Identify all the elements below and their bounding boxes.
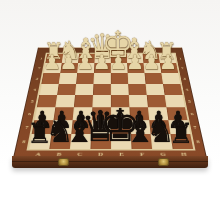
square-h7 xyxy=(168,120,190,134)
square-b5 xyxy=(55,95,75,107)
square-c6 xyxy=(73,107,93,120)
square-b3 xyxy=(59,73,77,84)
square-f2 xyxy=(127,63,144,73)
square-h4 xyxy=(163,84,183,95)
square-h5 xyxy=(165,95,185,107)
square-b4 xyxy=(57,84,76,95)
square-g8 xyxy=(151,134,173,149)
square-f7 xyxy=(130,120,151,134)
brass-latch-left xyxy=(58,158,69,166)
square-a5 xyxy=(37,95,57,107)
square-c8 xyxy=(70,134,91,149)
square-f4 xyxy=(128,84,147,95)
square-d4 xyxy=(93,84,111,95)
square-f6 xyxy=(129,107,149,120)
square-a1 xyxy=(45,54,63,63)
board-front-edge xyxy=(12,156,208,168)
square-b6 xyxy=(53,107,73,120)
square-a2 xyxy=(43,63,61,73)
square-g4 xyxy=(146,84,165,95)
product-photo-background: ABCDEFGH ABCDEFGH 12345678 12345678 ♜♞♝♛… xyxy=(0,0,220,220)
square-f8 xyxy=(131,134,152,149)
square-h1 xyxy=(158,54,176,63)
square-e2 xyxy=(111,63,128,73)
square-c3 xyxy=(76,73,94,84)
square-d8 xyxy=(90,134,111,149)
square-b2 xyxy=(60,63,78,73)
square-g2 xyxy=(143,63,161,73)
square-e4 xyxy=(111,84,129,95)
square-e7 xyxy=(111,120,131,134)
square-f1 xyxy=(127,54,144,63)
square-a3 xyxy=(41,73,60,84)
square-g6 xyxy=(148,107,168,120)
square-c4 xyxy=(75,84,93,95)
square-h6 xyxy=(166,107,187,120)
square-e6 xyxy=(111,107,130,120)
square-d2 xyxy=(94,63,111,73)
rank-label-1: 1 xyxy=(174,54,186,63)
board-squares xyxy=(29,54,193,149)
square-b7 xyxy=(51,120,72,134)
square-g5 xyxy=(147,95,167,107)
square-e1 xyxy=(111,54,127,63)
square-a8 xyxy=(29,134,52,149)
square-e8 xyxy=(111,134,132,149)
square-c7 xyxy=(71,120,91,134)
square-g1 xyxy=(143,54,160,63)
square-c5 xyxy=(74,95,93,107)
square-e5 xyxy=(111,95,130,107)
square-d1 xyxy=(94,54,110,63)
square-f5 xyxy=(129,95,148,107)
square-d5 xyxy=(92,95,111,107)
square-b1 xyxy=(62,54,79,63)
square-b8 xyxy=(49,134,71,149)
square-a6 xyxy=(34,107,55,120)
square-h3 xyxy=(161,73,180,84)
board-frame: ABCDEFGH ABCDEFGH 12345678 12345678 xyxy=(13,48,207,158)
square-g7 xyxy=(149,120,170,134)
square-c2 xyxy=(77,63,94,73)
brass-latch-right xyxy=(158,158,169,166)
square-a7 xyxy=(32,120,54,134)
square-g3 xyxy=(144,73,162,84)
square-h2 xyxy=(160,63,178,73)
chess-board: ABCDEFGH ABCDEFGH 12345678 12345678 xyxy=(13,48,207,158)
square-a4 xyxy=(39,84,59,95)
square-d6 xyxy=(92,107,111,120)
square-c1 xyxy=(78,54,95,63)
square-e3 xyxy=(111,73,128,84)
square-d7 xyxy=(91,120,111,134)
square-f3 xyxy=(128,73,146,84)
square-d3 xyxy=(93,73,110,84)
square-h8 xyxy=(170,134,193,149)
